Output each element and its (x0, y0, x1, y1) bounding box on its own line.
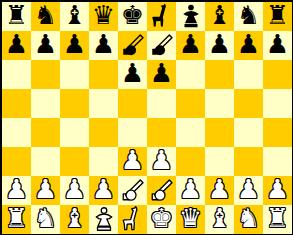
square-b2[interactable]: ♟ (31, 176, 60, 205)
square-b8[interactable]: ♞ (31, 2, 60, 31)
square-c7[interactable]: ♟ (60, 31, 89, 60)
square-a6[interactable] (2, 60, 31, 89)
square-h5[interactable] (205, 89, 234, 118)
square-b4[interactable] (31, 118, 60, 147)
square-g5[interactable] (176, 89, 205, 118)
piece-black-pawn[interactable]: ♟ (92, 31, 115, 59)
piece-white-guard[interactable] (91, 206, 117, 232)
square-d3[interactable] (89, 147, 118, 176)
square-c1[interactable]: ♝ (60, 205, 89, 234)
cannon-icon (120, 32, 146, 58)
square-i4[interactable] (234, 118, 263, 147)
square-d5[interactable] (89, 89, 118, 118)
square-f3[interactable]: ♟ (147, 147, 176, 176)
piece-black-queen[interactable]: ♛ (92, 2, 115, 30)
square-e4[interactable] (118, 118, 147, 147)
square-h6[interactable] (205, 60, 234, 89)
piece-black-pawn[interactable]: ♟ (266, 31, 289, 59)
square-g4[interactable] (176, 118, 205, 147)
piece-black-knight[interactable]: ♞ (237, 2, 260, 30)
piece-black-pawn[interactable]: ♟ (34, 31, 57, 59)
piece-white-pawn[interactable]: ♟ (266, 176, 289, 204)
square-e3[interactable]: ♟ (118, 147, 147, 176)
square-b1[interactable]: ♞ (31, 205, 60, 234)
square-f5[interactable] (147, 89, 176, 118)
piece-white-bishop[interactable]: ♝ (208, 205, 231, 233)
square-j5[interactable] (263, 89, 292, 118)
square-j6[interactable] (263, 60, 292, 89)
board-frame: ♜♞♝♛♚♝♞♜♟♟♟♟♟♟♟♟♟♟♟♟♟♟♟♟♟♟♟♟♜♞♝♚♛♝♞♜ (0, 0, 293, 235)
chess-board: ♜♞♝♛♚♝♞♜♟♟♟♟♟♟♟♟♟♟♟♟♟♟♟♟♟♟♟♟♜♞♝♚♛♝♞♜ (2, 2, 292, 234)
square-i8[interactable]: ♞ (234, 2, 263, 31)
piece-white-pawn[interactable]: ♟ (179, 176, 202, 204)
piece-white-pawn[interactable]: ♟ (121, 147, 144, 175)
piece-black-bishop[interactable]: ♝ (208, 2, 231, 30)
square-a1[interactable]: ♜ (2, 205, 31, 234)
piece-white-pawn[interactable]: ♟ (150, 147, 173, 175)
piece-black-giraffe[interactable] (149, 3, 175, 29)
square-e1[interactable] (118, 205, 147, 234)
piece-black-pawn[interactable]: ♟ (63, 31, 86, 59)
square-c5[interactable] (60, 89, 89, 118)
square-e5[interactable] (118, 89, 147, 118)
square-a3[interactable] (2, 147, 31, 176)
piece-black-rook[interactable]: ♜ (5, 2, 28, 30)
piece-black-pawn[interactable]: ♟ (150, 60, 173, 88)
square-h3[interactable] (205, 147, 234, 176)
square-c2[interactable]: ♟ (60, 176, 89, 205)
piece-white-pawn[interactable]: ♟ (208, 176, 231, 204)
guard-icon (91, 206, 117, 232)
square-g7[interactable]: ♟ (176, 31, 205, 60)
piece-white-queen[interactable]: ♛ (179, 205, 202, 233)
square-i6[interactable] (234, 60, 263, 89)
square-f1[interactable]: ♚ (147, 205, 176, 234)
square-d2[interactable]: ♟ (89, 176, 118, 205)
piece-white-cannon[interactable] (120, 177, 146, 203)
square-f2[interactable] (147, 176, 176, 205)
square-h4[interactable] (205, 118, 234, 147)
piece-white-rook[interactable]: ♜ (266, 205, 289, 233)
square-f4[interactable] (147, 118, 176, 147)
square-a8[interactable]: ♜ (2, 2, 31, 31)
square-j3[interactable] (263, 147, 292, 176)
square-i1[interactable]: ♞ (234, 205, 263, 234)
square-i5[interactable] (234, 89, 263, 118)
square-d4[interactable] (89, 118, 118, 147)
piece-black-rook[interactable]: ♜ (266, 2, 289, 30)
square-g1[interactable]: ♛ (176, 205, 205, 234)
square-d6[interactable] (89, 60, 118, 89)
piece-black-guard[interactable] (178, 3, 204, 29)
piece-black-bishop[interactable]: ♝ (63, 2, 86, 30)
square-a5[interactable] (2, 89, 31, 118)
square-j4[interactable] (263, 118, 292, 147)
piece-white-pawn[interactable]: ♟ (34, 176, 57, 204)
piece-white-cannon[interactable] (149, 177, 175, 203)
square-j1[interactable]: ♜ (263, 205, 292, 234)
square-e8[interactable]: ♚ (118, 2, 147, 31)
square-g6[interactable] (176, 60, 205, 89)
square-i3[interactable] (234, 147, 263, 176)
square-e7[interactable] (118, 31, 147, 60)
square-h1[interactable]: ♝ (205, 205, 234, 234)
square-c4[interactable] (60, 118, 89, 147)
piece-white-rook[interactable]: ♜ (5, 205, 28, 233)
piece-white-pawn[interactable]: ♟ (92, 176, 115, 204)
square-h2[interactable]: ♟ (205, 176, 234, 205)
square-d1[interactable] (89, 205, 118, 234)
square-h8[interactable]: ♝ (205, 2, 234, 31)
square-d7[interactable]: ♟ (89, 31, 118, 60)
square-f8[interactable] (147, 2, 176, 31)
piece-black-pawn[interactable]: ♟ (237, 31, 260, 59)
square-c3[interactable] (60, 147, 89, 176)
piece-black-pawn[interactable]: ♟ (121, 60, 144, 88)
piece-black-cannon[interactable] (120, 32, 146, 58)
piece-white-pawn[interactable]: ♟ (63, 176, 86, 204)
square-a7[interactable]: ♟ (2, 31, 31, 60)
piece-white-bishop[interactable]: ♝ (63, 205, 86, 233)
square-c6[interactable] (60, 60, 89, 89)
square-b5[interactable] (31, 89, 60, 118)
piece-white-pawn[interactable]: ♟ (5, 176, 28, 204)
square-j7[interactable]: ♟ (263, 31, 292, 60)
piece-black-cannon[interactable] (149, 32, 175, 58)
cannon-icon (120, 177, 146, 203)
square-b6[interactable] (31, 60, 60, 89)
cannon-icon (149, 177, 175, 203)
piece-white-king[interactable]: ♚ (150, 205, 173, 233)
square-b7[interactable]: ♟ (31, 31, 60, 60)
square-b3[interactable] (31, 147, 60, 176)
piece-black-pawn[interactable]: ♟ (179, 31, 202, 59)
guard-icon (178, 3, 204, 29)
piece-black-knight[interactable]: ♞ (34, 2, 57, 30)
giraffe-icon (149, 3, 175, 29)
giraffe-icon (120, 206, 146, 232)
square-i2[interactable]: ♟ (234, 176, 263, 205)
square-e2[interactable] (118, 176, 147, 205)
square-a4[interactable] (2, 118, 31, 147)
piece-black-pawn[interactable]: ♟ (208, 31, 231, 59)
square-i7[interactable]: ♟ (234, 31, 263, 60)
square-a2[interactable]: ♟ (2, 176, 31, 205)
square-j2[interactable]: ♟ (263, 176, 292, 205)
piece-black-pawn[interactable]: ♟ (5, 31, 28, 59)
piece-white-knight[interactable]: ♞ (237, 205, 260, 233)
square-g3[interactable] (176, 147, 205, 176)
piece-white-knight[interactable]: ♞ (34, 205, 57, 233)
piece-white-pawn[interactable]: ♟ (237, 176, 260, 204)
piece-black-king[interactable]: ♚ (121, 2, 144, 30)
square-j8[interactable]: ♜ (263, 2, 292, 31)
square-g8[interactable] (176, 2, 205, 31)
square-f6[interactable]: ♟ (147, 60, 176, 89)
square-f7[interactable] (147, 31, 176, 60)
square-g2[interactable]: ♟ (176, 176, 205, 205)
square-e6[interactable]: ♟ (118, 60, 147, 89)
piece-white-giraffe[interactable] (120, 206, 146, 232)
square-h7[interactable]: ♟ (205, 31, 234, 60)
square-c8[interactable]: ♝ (60, 2, 89, 31)
cannon-icon (149, 32, 175, 58)
square-d8[interactable]: ♛ (89, 2, 118, 31)
